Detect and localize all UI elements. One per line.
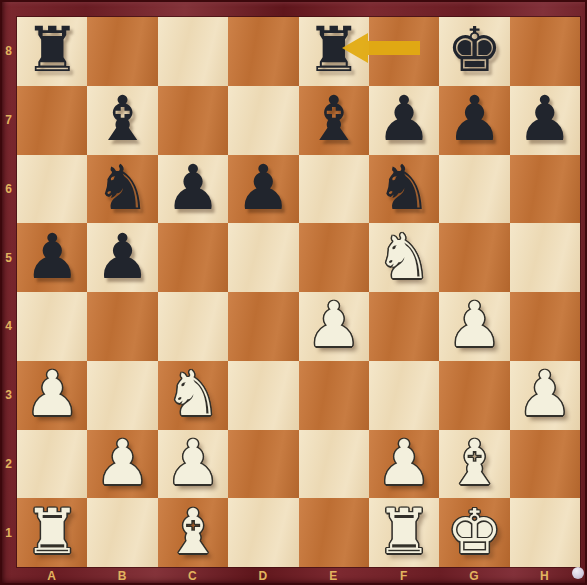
- square-h4[interactable]: [510, 292, 580, 361]
- white-pawn[interactable]: ♟: [95, 432, 151, 494]
- rank-labels: 87654321: [0, 17, 17, 567]
- square-d1[interactable]: [228, 498, 298, 567]
- file-label-b: B: [87, 567, 157, 585]
- square-a1[interactable]: ♜: [17, 498, 87, 567]
- square-a6[interactable]: [17, 155, 87, 224]
- square-f7[interactable]: ♟: [369, 86, 439, 155]
- rank-label-4: 4: [0, 292, 17, 361]
- black-bishop[interactable]: ♝: [306, 88, 362, 150]
- file-label-e: E: [299, 567, 369, 585]
- white-knight[interactable]: ♞: [376, 226, 432, 288]
- black-rook[interactable]: ♜: [24, 19, 80, 81]
- white-bishop[interactable]: ♝: [447, 432, 503, 494]
- square-e5[interactable]: [299, 223, 369, 292]
- square-a7[interactable]: [17, 86, 87, 155]
- white-rook[interactable]: ♜: [24, 501, 80, 563]
- square-b6[interactable]: ♞: [87, 155, 157, 224]
- square-d3[interactable]: [228, 361, 298, 430]
- black-rook[interactable]: ♜: [306, 19, 362, 81]
- square-a8[interactable]: ♜: [17, 17, 87, 86]
- square-c8[interactable]: [158, 17, 228, 86]
- square-h8[interactable]: [510, 17, 580, 86]
- black-pawn[interactable]: ♟: [376, 88, 432, 150]
- file-label-a: A: [17, 567, 87, 585]
- square-h5[interactable]: [510, 223, 580, 292]
- square-b5[interactable]: ♟: [87, 223, 157, 292]
- rank-label-5: 5: [0, 223, 17, 292]
- square-f1[interactable]: ♜: [369, 498, 439, 567]
- chess-board: ♜♜♚♝♝♟♟♟♞♟♟♞♟♟♞♟♟♟♞♟♟♟♟♝♜♝♜♚: [17, 17, 580, 567]
- square-e6[interactable]: [299, 155, 369, 224]
- white-pawn[interactable]: ♟: [306, 294, 362, 356]
- square-d5[interactable]: [228, 223, 298, 292]
- file-label-h: H: [510, 567, 580, 585]
- square-e2[interactable]: [299, 430, 369, 499]
- square-d7[interactable]: [228, 86, 298, 155]
- black-pawn[interactable]: ♟: [447, 88, 503, 150]
- white-pawn[interactable]: ♟: [24, 363, 80, 425]
- square-c5[interactable]: [158, 223, 228, 292]
- black-bishop[interactable]: ♝: [95, 88, 151, 150]
- square-c3[interactable]: ♞: [158, 361, 228, 430]
- file-label-g: G: [439, 567, 509, 585]
- file-label-c: C: [158, 567, 228, 585]
- square-c2[interactable]: ♟: [158, 430, 228, 499]
- white-pawn[interactable]: ♟: [517, 363, 573, 425]
- black-pawn[interactable]: ♟: [517, 88, 573, 150]
- square-b7[interactable]: ♝: [87, 86, 157, 155]
- rank-label-2: 2: [0, 430, 17, 499]
- square-b3[interactable]: [87, 361, 157, 430]
- square-g6[interactable]: [439, 155, 509, 224]
- square-h1[interactable]: [510, 498, 580, 567]
- square-d2[interactable]: [228, 430, 298, 499]
- square-b2[interactable]: ♟: [87, 430, 157, 499]
- square-e3[interactable]: [299, 361, 369, 430]
- file-label-f: F: [369, 567, 439, 585]
- white-pawn[interactable]: ♟: [447, 294, 503, 356]
- square-g7[interactable]: ♟: [439, 86, 509, 155]
- square-g8[interactable]: ♚: [439, 17, 509, 86]
- square-b1[interactable]: [87, 498, 157, 567]
- square-f2[interactable]: ♟: [369, 430, 439, 499]
- square-g2[interactable]: ♝: [439, 430, 509, 499]
- square-h6[interactable]: [510, 155, 580, 224]
- rank-label-8: 8: [0, 17, 17, 86]
- square-b8[interactable]: [87, 17, 157, 86]
- square-h7[interactable]: ♟: [510, 86, 580, 155]
- square-g5[interactable]: [439, 223, 509, 292]
- square-d8[interactable]: [228, 17, 298, 86]
- black-king[interactable]: ♚: [447, 19, 503, 81]
- square-a5[interactable]: ♟: [17, 223, 87, 292]
- black-pawn[interactable]: ♟: [236, 157, 292, 219]
- square-b4[interactable]: [87, 292, 157, 361]
- square-e7[interactable]: ♝: [299, 86, 369, 155]
- square-a4[interactable]: [17, 292, 87, 361]
- file-labels: ABCDEFGH: [17, 567, 580, 585]
- square-c1[interactable]: ♝: [158, 498, 228, 567]
- black-pawn[interactable]: ♟: [165, 157, 221, 219]
- square-f4[interactable]: [369, 292, 439, 361]
- square-f8[interactable]: [369, 17, 439, 86]
- white-rook[interactable]: ♜: [376, 501, 432, 563]
- black-pawn[interactable]: ♟: [95, 226, 151, 288]
- square-c4[interactable]: [158, 292, 228, 361]
- square-f5[interactable]: ♞: [369, 223, 439, 292]
- black-pawn[interactable]: ♟: [24, 226, 80, 288]
- rank-label-7: 7: [0, 86, 17, 155]
- white-king[interactable]: ♚: [447, 501, 503, 563]
- square-e8[interactable]: ♜: [299, 17, 369, 86]
- file-label-d: D: [228, 567, 298, 585]
- square-h2[interactable]: [510, 430, 580, 499]
- board-frame: ♜♜♚♝♝♟♟♟♞♟♟♞♟♟♞♟♟♟♞♟♟♟♟♝♜♝♜♚ 87654321 AB…: [0, 0, 587, 585]
- rank-label-6: 6: [0, 155, 17, 224]
- square-h3[interactable]: ♟: [510, 361, 580, 430]
- square-a3[interactable]: ♟: [17, 361, 87, 430]
- white-knight[interactable]: ♞: [165, 363, 221, 425]
- square-g4[interactable]: ♟: [439, 292, 509, 361]
- rank-label-3: 3: [0, 361, 17, 430]
- square-d4[interactable]: [228, 292, 298, 361]
- black-knight[interactable]: ♞: [376, 157, 432, 219]
- white-pawn[interactable]: ♟: [165, 432, 221, 494]
- white-pawn[interactable]: ♟: [376, 432, 432, 494]
- square-e1[interactable]: [299, 498, 369, 567]
- white-bishop[interactable]: ♝: [165, 501, 221, 563]
- rank-label-1: 1: [0, 498, 17, 567]
- square-e4[interactable]: ♟: [299, 292, 369, 361]
- square-c7[interactable]: [158, 86, 228, 155]
- square-f3[interactable]: [369, 361, 439, 430]
- square-g3[interactable]: [439, 361, 509, 430]
- square-f6[interactable]: ♞: [369, 155, 439, 224]
- square-c6[interactable]: ♟: [158, 155, 228, 224]
- square-d6[interactable]: ♟: [228, 155, 298, 224]
- black-knight[interactable]: ♞: [95, 157, 151, 219]
- square-a2[interactable]: [17, 430, 87, 499]
- square-g1[interactable]: ♚: [439, 498, 509, 567]
- corner-dot: [572, 567, 584, 579]
